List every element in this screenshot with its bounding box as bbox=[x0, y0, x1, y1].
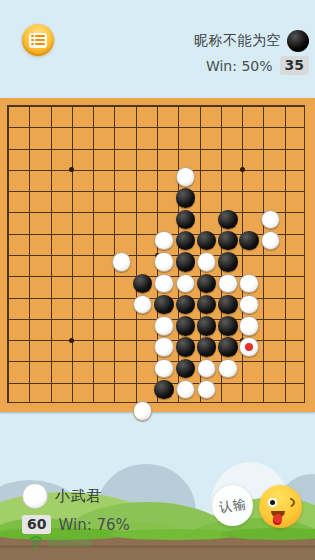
white-stone bbox=[197, 252, 217, 272]
player-win-rate: Win: 76% bbox=[58, 516, 129, 534]
opponent-info: 昵称不能为空 Win: 50% 35 bbox=[194, 30, 309, 75]
board-point bbox=[175, 187, 196, 208]
opponent-score-badge: 35 bbox=[280, 56, 309, 75]
board-point bbox=[238, 273, 259, 294]
board-point bbox=[217, 336, 238, 357]
board-point bbox=[175, 336, 196, 357]
board-point bbox=[217, 209, 238, 230]
black-stone bbox=[239, 231, 259, 251]
board-point bbox=[153, 315, 174, 336]
black-stone bbox=[154, 380, 174, 400]
white-stone bbox=[176, 274, 196, 294]
black-stone bbox=[133, 274, 153, 294]
black-stone bbox=[218, 337, 238, 357]
board-point bbox=[238, 230, 259, 251]
white-stone bbox=[154, 252, 174, 272]
board-point bbox=[153, 294, 174, 315]
black-stone bbox=[176, 337, 196, 357]
white-stone bbox=[176, 167, 196, 187]
board-point bbox=[153, 379, 174, 400]
board-point bbox=[217, 251, 238, 272]
white-stone bbox=[197, 380, 217, 400]
board-point bbox=[238, 294, 259, 315]
white-stone bbox=[154, 359, 174, 379]
board-point bbox=[175, 358, 196, 379]
board-point bbox=[217, 315, 238, 336]
white-stone bbox=[154, 337, 174, 357]
white-stone bbox=[218, 274, 238, 294]
player-white-stone-icon bbox=[22, 483, 48, 509]
black-stone bbox=[176, 316, 196, 336]
black-stone bbox=[218, 316, 238, 336]
board-point bbox=[175, 209, 196, 230]
board-lattice bbox=[7, 105, 305, 403]
wifi-watermark bbox=[28, 536, 44, 548]
board-point bbox=[196, 336, 217, 357]
board-point bbox=[238, 315, 259, 336]
board-point bbox=[196, 230, 217, 251]
white-stone bbox=[112, 252, 132, 272]
opponent-name: 昵称不能为空 bbox=[194, 32, 281, 50]
board-point bbox=[217, 358, 238, 379]
board-point bbox=[132, 273, 153, 294]
board-point bbox=[175, 294, 196, 315]
black-stone bbox=[154, 295, 174, 315]
board-point bbox=[153, 251, 174, 272]
emoji-tongue bbox=[272, 513, 283, 526]
board-point bbox=[260, 209, 281, 230]
board-point bbox=[260, 230, 281, 251]
opponent-black-stone-icon bbox=[287, 30, 309, 52]
player-info: 小武君 60 Win: 76% bbox=[22, 483, 130, 534]
white-stone bbox=[154, 316, 174, 336]
opponent-win-rate: Win: 50% bbox=[206, 58, 273, 74]
player-name: 小武君 bbox=[55, 487, 102, 506]
board-point bbox=[196, 251, 217, 272]
board-point bbox=[175, 379, 196, 400]
black-stone bbox=[176, 252, 196, 272]
black-stone bbox=[176, 210, 196, 230]
black-stone bbox=[176, 295, 196, 315]
black-stone bbox=[218, 210, 238, 230]
resign-button-label: 认输 bbox=[217, 495, 247, 517]
player-score-badge: 60 bbox=[22, 515, 51, 534]
white-stone bbox=[239, 295, 259, 315]
black-stone bbox=[197, 337, 217, 357]
black-stone bbox=[176, 188, 196, 208]
board-point bbox=[175, 166, 196, 187]
resign-button[interactable]: 认输 bbox=[212, 485, 253, 526]
watermark-blur-text bbox=[48, 539, 92, 547]
board-point bbox=[238, 336, 259, 357]
board-point bbox=[196, 315, 217, 336]
board-point bbox=[175, 315, 196, 336]
white-stone bbox=[176, 380, 196, 400]
black-stone bbox=[197, 316, 217, 336]
board-point bbox=[153, 273, 174, 294]
white-stone bbox=[133, 295, 153, 315]
emoji-wink-eye bbox=[284, 496, 297, 509]
board-point bbox=[153, 230, 174, 251]
white-stone bbox=[239, 316, 259, 336]
board-point bbox=[111, 251, 132, 272]
board-grid[interactable] bbox=[4, 102, 315, 421]
white-stone bbox=[218, 359, 238, 379]
board-point bbox=[175, 230, 196, 251]
white-stone bbox=[197, 359, 217, 379]
board-point bbox=[196, 294, 217, 315]
black-stone bbox=[176, 359, 196, 379]
white-stone bbox=[154, 231, 174, 251]
black-stone bbox=[218, 295, 238, 315]
black-stone bbox=[218, 252, 238, 272]
black-stone bbox=[218, 231, 238, 251]
gomoku-app-screen: 昵称不能为空 Win: 50% 35 bbox=[0, 0, 315, 560]
board-point bbox=[217, 230, 238, 251]
board-point bbox=[196, 273, 217, 294]
menu-button[interactable] bbox=[22, 24, 54, 56]
board-point bbox=[175, 273, 196, 294]
black-stone bbox=[197, 295, 217, 315]
white-stone bbox=[261, 210, 281, 230]
list-menu-icon bbox=[29, 33, 47, 48]
white-stone bbox=[239, 337, 259, 357]
emoji-left-eye bbox=[268, 498, 277, 507]
gomoku-board[interactable] bbox=[0, 98, 315, 412]
last-move-marker bbox=[245, 343, 253, 351]
white-stone bbox=[261, 231, 281, 251]
white-stone bbox=[154, 274, 174, 294]
white-stone bbox=[239, 274, 259, 294]
board-point bbox=[153, 358, 174, 379]
board-point bbox=[217, 273, 238, 294]
wifi-icon bbox=[28, 536, 44, 548]
black-stone bbox=[197, 274, 217, 294]
black-stone bbox=[197, 231, 217, 251]
board-point bbox=[196, 358, 217, 379]
board-point bbox=[217, 294, 238, 315]
board-point bbox=[153, 336, 174, 357]
board-point bbox=[132, 294, 153, 315]
board-point bbox=[196, 379, 217, 400]
emoji-button[interactable] bbox=[259, 485, 302, 528]
board-point bbox=[175, 251, 196, 272]
black-stone bbox=[176, 231, 196, 251]
